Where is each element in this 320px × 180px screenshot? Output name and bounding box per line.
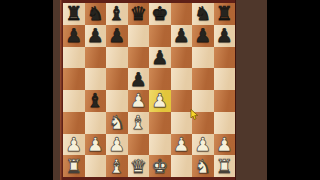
square-c4[interactable] [106, 90, 128, 112]
piece-black-queen[interactable]: ♛ [130, 3, 147, 24]
piece-black-pawn[interactable]: ♟ [151, 46, 168, 67]
square-g4[interactable] [192, 90, 214, 112]
piece-white-pawn[interactable]: ♟ [108, 133, 125, 154]
square-h7[interactable]: ♟ [214, 25, 236, 47]
piece-white-rook[interactable]: ♜ [65, 155, 82, 176]
piece-white-pawn[interactable]: ♟ [173, 133, 190, 154]
square-c2[interactable]: ♟ [106, 134, 128, 156]
piece-white-knight[interactable]: ♞ [108, 112, 125, 133]
square-e6[interactable]: ♟ [149, 47, 171, 69]
piece-black-pawn[interactable]: ♟ [216, 25, 233, 46]
square-f6[interactable] [171, 47, 193, 69]
square-h3[interactable] [214, 112, 236, 134]
square-e4[interactable]: ♟ [149, 90, 171, 112]
square-g5[interactable] [192, 68, 214, 90]
piece-black-king[interactable]: ♚ [151, 3, 168, 24]
piece-white-pawn[interactable]: ♟ [194, 133, 211, 154]
piece-black-knight[interactable]: ♞ [194, 3, 211, 24]
piece-white-rook[interactable]: ♜ [216, 155, 233, 176]
video-frame: ♜♞♝♛♚♞♜♟♟♟♟♟♟♟♟♝♟♟♞♝♟♟♟♟♟♟♜♝♛♚♞♜ [0, 0, 320, 180]
chess-board: ♜♞♝♛♚♞♜♟♟♟♟♟♟♟♟♝♟♟♞♝♟♟♟♟♟♟♜♝♛♚♞♜ [63, 3, 235, 177]
square-f8[interactable] [171, 3, 193, 25]
square-g3[interactable] [192, 112, 214, 134]
square-g6[interactable] [192, 47, 214, 69]
square-a8[interactable]: ♜ [63, 3, 85, 25]
square-h1[interactable]: ♜ [214, 155, 236, 177]
square-c7[interactable]: ♟ [106, 25, 128, 47]
square-c1[interactable]: ♝ [106, 155, 128, 177]
square-d3[interactable]: ♝ [128, 112, 150, 134]
square-g7[interactable]: ♟ [192, 25, 214, 47]
square-h4[interactable] [214, 90, 236, 112]
piece-white-queen[interactable]: ♛ [130, 155, 147, 176]
square-a1[interactable]: ♜ [63, 155, 85, 177]
square-f2[interactable]: ♟ [171, 134, 193, 156]
square-d2[interactable] [128, 134, 150, 156]
square-f1[interactable] [171, 155, 193, 177]
square-d1[interactable]: ♛ [128, 155, 150, 177]
square-b2[interactable]: ♟ [85, 134, 107, 156]
square-d5[interactable]: ♟ [128, 68, 150, 90]
square-g1[interactable]: ♞ [192, 155, 214, 177]
square-a5[interactable] [63, 68, 85, 90]
square-f5[interactable] [171, 68, 193, 90]
square-e3[interactable] [149, 112, 171, 134]
square-a4[interactable] [63, 90, 85, 112]
square-b7[interactable]: ♟ [85, 25, 107, 47]
square-e8[interactable]: ♚ [149, 3, 171, 25]
piece-white-pawn[interactable]: ♟ [151, 90, 168, 111]
piece-black-rook[interactable]: ♜ [65, 3, 82, 24]
square-e1[interactable]: ♚ [149, 155, 171, 177]
square-f7[interactable]: ♟ [171, 25, 193, 47]
piece-white-bishop[interactable]: ♝ [130, 112, 147, 133]
piece-white-pawn[interactable]: ♟ [216, 133, 233, 154]
square-f3[interactable] [171, 112, 193, 134]
square-g2[interactable]: ♟ [192, 134, 214, 156]
square-c6[interactable] [106, 47, 128, 69]
square-h6[interactable] [214, 47, 236, 69]
piece-white-king[interactable]: ♚ [151, 155, 168, 176]
piece-black-pawn[interactable]: ♟ [87, 25, 104, 46]
square-b4[interactable]: ♝ [85, 90, 107, 112]
square-h2[interactable]: ♟ [214, 134, 236, 156]
square-d4[interactable]: ♟ [128, 90, 150, 112]
piece-black-rook[interactable]: ♜ [216, 3, 233, 24]
piece-white-bishop[interactable]: ♝ [108, 155, 125, 176]
square-h8[interactable]: ♜ [214, 3, 236, 25]
square-b1[interactable] [85, 155, 107, 177]
piece-black-pawn[interactable]: ♟ [108, 25, 125, 46]
square-b5[interactable] [85, 68, 107, 90]
square-d7[interactable] [128, 25, 150, 47]
square-e7[interactable] [149, 25, 171, 47]
square-a6[interactable] [63, 47, 85, 69]
square-g8[interactable]: ♞ [192, 3, 214, 25]
piece-white-pawn[interactable]: ♟ [130, 90, 147, 111]
square-b3[interactable] [85, 112, 107, 134]
square-h5[interactable] [214, 68, 236, 90]
square-b8[interactable]: ♞ [85, 3, 107, 25]
square-d8[interactable]: ♛ [128, 3, 150, 25]
square-d6[interactable] [128, 47, 150, 69]
square-b6[interactable] [85, 47, 107, 69]
square-a7[interactable]: ♟ [63, 25, 85, 47]
piece-black-pawn[interactable]: ♟ [173, 25, 190, 46]
square-f4[interactable] [171, 90, 193, 112]
piece-black-pawn[interactable]: ♟ [65, 25, 82, 46]
piece-black-bishop[interactable]: ♝ [108, 3, 125, 24]
piece-white-pawn[interactable]: ♟ [87, 133, 104, 154]
square-c8[interactable]: ♝ [106, 3, 128, 25]
square-e2[interactable] [149, 134, 171, 156]
piece-black-pawn[interactable]: ♟ [194, 25, 211, 46]
piece-black-bishop[interactable]: ♝ [87, 90, 104, 111]
square-a2[interactable]: ♟ [63, 134, 85, 156]
square-e5[interactable] [149, 68, 171, 90]
square-a3[interactable] [63, 112, 85, 134]
square-c5[interactable] [106, 68, 128, 90]
piece-white-knight[interactable]: ♞ [194, 155, 211, 176]
piece-black-pawn[interactable]: ♟ [130, 68, 147, 89]
square-c3[interactable]: ♞ [106, 112, 128, 134]
piece-black-knight[interactable]: ♞ [87, 3, 104, 24]
piece-white-pawn[interactable]: ♟ [65, 133, 82, 154]
